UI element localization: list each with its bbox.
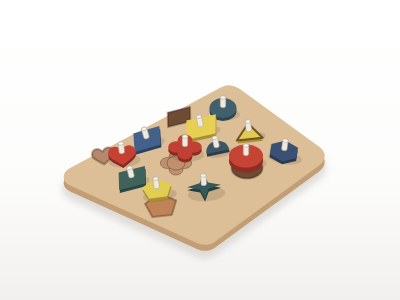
board-top (70, 92, 318, 238)
photo-stage (0, 0, 400, 300)
peg (118, 142, 125, 154)
peg (243, 144, 248, 156)
puzzle-scene (0, 0, 400, 300)
peg (182, 135, 187, 147)
peg (200, 174, 206, 186)
peg (220, 96, 225, 108)
peg (245, 120, 252, 132)
